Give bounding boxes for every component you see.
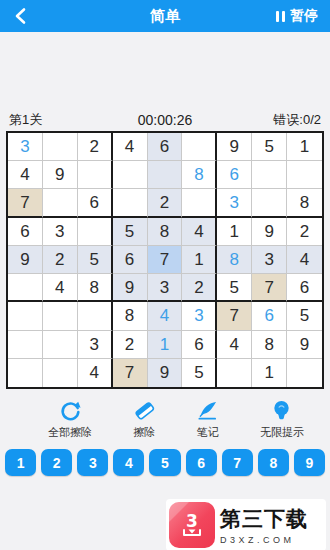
cell-digit: 2 (125, 336, 134, 353)
cell-digit: 6 (230, 166, 239, 183)
level-label: 第1关 (9, 111, 42, 129)
numpad-button-7[interactable]: 7 (222, 449, 253, 476)
sudoku-cell-r2c1[interactable]: 4 (8, 161, 43, 189)
sudoku-cell-r1c7[interactable]: 9 (217, 133, 252, 161)
sudoku-cell-r9c4[interactable]: 7 (113, 359, 148, 387)
ad-logo-icon: 3 (169, 502, 215, 548)
sudoku-cell-r3c1[interactable]: 7 (8, 189, 43, 217)
cell-digit: 9 (20, 251, 29, 268)
sudoku-cell-r8c8[interactable]: 8 (252, 331, 287, 359)
sudoku-cell-r2c8[interactable] (252, 161, 287, 189)
sudoku-cell-r1c1[interactable]: 3 (8, 133, 43, 161)
erase-label: 擦除 (133, 425, 155, 440)
sudoku-cell-r7c2[interactable] (43, 302, 78, 330)
sudoku-cell-r5c8[interactable]: 3 (252, 246, 287, 274)
cell-digit: 4 (20, 166, 29, 183)
cell-digit: 4 (300, 251, 309, 268)
sudoku-board[interactable]: 3246951498676238635841929256718344893257… (6, 131, 324, 389)
svg-text:3: 3 (186, 511, 198, 531)
sudoku-cell-r9c9[interactable] (287, 359, 322, 387)
sudoku-cell-r7c4[interactable]: 8 (113, 302, 148, 330)
sudoku-cell-r7c9[interactable]: 5 (287, 302, 322, 330)
sudoku-cell-r8c3[interactable]: 3 (78, 331, 113, 359)
cell-digit: 6 (20, 223, 29, 240)
sudoku-cell-r4c9[interactable]: 2 (287, 218, 322, 246)
sudoku-cell-r4c7[interactable]: 1 (217, 218, 252, 246)
sudoku-cell-r7c5[interactable]: 4 (148, 302, 183, 330)
notes-pen-icon (196, 398, 219, 422)
cell-digit: 9 (300, 336, 309, 353)
sudoku-cell-r2c7[interactable]: 6 (217, 161, 252, 189)
cell-digit: 1 (230, 223, 239, 240)
cell-digit: 5 (89, 251, 98, 268)
numpad-button-3[interactable]: 3 (77, 449, 108, 476)
cell-digit: 1 (160, 336, 169, 353)
cell-digit: 7 (264, 279, 273, 296)
sudoku-cell-r8c7[interactable]: 4 (217, 331, 252, 359)
sudoku-cell-r7c7[interactable]: 7 (217, 302, 252, 330)
sudoku-cell-r5c3[interactable]: 5 (78, 246, 113, 274)
sudoku-cell-r2c9[interactable] (287, 161, 322, 189)
sudoku-cell-r3c3[interactable]: 6 (78, 189, 113, 217)
cell-digit: 7 (230, 307, 239, 324)
cell-digit: 5 (264, 138, 273, 155)
sudoku-cell-r2c4[interactable] (113, 161, 148, 189)
sudoku-cell-r9c8[interactable]: 1 (252, 359, 287, 387)
sudoku-cell-r7c3[interactable] (78, 302, 113, 330)
sudoku-cell-r8c9[interactable]: 9 (287, 331, 322, 359)
sudoku-cell-r8c1[interactable] (8, 331, 43, 359)
sudoku-cell-r7c1[interactable] (8, 302, 43, 330)
cell-digit: 8 (264, 336, 273, 353)
ad-card[interactable]: 3 第三下载 D3XZ.COM (166, 499, 326, 550)
notes-label: 笔记 (197, 425, 219, 440)
sudoku-cell-r6c4[interactable]: 9 (113, 274, 148, 302)
hint-button[interactable]: 无限提示 (260, 398, 304, 440)
cell-digit: 3 (55, 223, 64, 240)
numpad-button-1[interactable]: 1 (5, 449, 36, 476)
cell-digit: 5 (230, 279, 239, 296)
cell-digit: 3 (194, 307, 203, 324)
sudoku-cell-r3c5[interactable]: 2 (148, 189, 183, 217)
sudoku-cell-r6c9[interactable]: 6 (287, 274, 322, 302)
sudoku-cell-r1c2[interactable] (43, 133, 78, 161)
top-bar: 简单 暂停 (0, 0, 330, 32)
cell-digit: 5 (194, 364, 203, 381)
sudoku-cell-r4c3[interactable] (78, 218, 113, 246)
sudoku-cell-r6c8[interactable]: 7 (252, 274, 287, 302)
cell-digit: 7 (20, 194, 29, 211)
sudoku-cell-r3c6[interactable] (182, 189, 217, 217)
sudoku-cell-r4c8[interactable]: 9 (252, 218, 287, 246)
cell-digit: 6 (300, 279, 309, 296)
hint-label: 无限提示 (260, 425, 304, 440)
numpad-button-4[interactable]: 4 (113, 449, 144, 476)
sudoku-cell-r8c6[interactable]: 6 (182, 331, 217, 359)
erase-all-button[interactable]: 全部擦除 (48, 398, 92, 440)
pause-button[interactable]: 暂停 (276, 7, 318, 25)
sudoku-cell-r1c6[interactable] (182, 133, 217, 161)
numpad-button-5[interactable]: 5 (149, 449, 180, 476)
cell-digit: 1 (300, 138, 309, 155)
cell-digit: 2 (194, 279, 203, 296)
cell-digit: 6 (125, 251, 134, 268)
status-row: 第1关 00:00:26 错误:0/2 (0, 108, 330, 131)
sudoku-cell-r6c1[interactable] (8, 274, 43, 302)
sudoku-cell-r5c4[interactable]: 6 (113, 246, 148, 274)
sudoku-cell-r1c9[interactable]: 1 (287, 133, 322, 161)
sudoku-cell-r5c9[interactable]: 4 (287, 246, 322, 274)
sudoku-cell-r9c6[interactable]: 5 (182, 359, 217, 387)
cell-digit: 4 (160, 307, 169, 324)
sudoku-cell-r4c2[interactable]: 3 (43, 218, 78, 246)
cell-digit: 4 (125, 138, 134, 155)
cell-digit: 8 (160, 223, 169, 240)
cell-digit: 9 (55, 166, 64, 183)
cell-digit: 9 (125, 279, 134, 296)
sudoku-cell-r9c7[interactable] (217, 359, 252, 387)
erase-button[interactable]: 擦除 (133, 398, 156, 440)
cell-digit: 3 (89, 336, 98, 353)
sudoku-cell-r3c7[interactable]: 3 (217, 189, 252, 217)
sudoku-cell-r3c2[interactable] (43, 189, 78, 217)
sudoku-cell-r6c2[interactable]: 4 (43, 274, 78, 302)
cell-digit: 8 (125, 307, 134, 324)
sudoku-cell-r5c1[interactable]: 9 (8, 246, 43, 274)
sudoku-cell-r8c4[interactable]: 2 (113, 331, 148, 359)
cell-digit: 3 (230, 194, 239, 211)
cell-digit: 6 (160, 138, 169, 155)
sudoku-cell-r3c9[interactable]: 8 (287, 189, 322, 217)
sudoku-cell-r8c5[interactable]: 1 (148, 331, 183, 359)
cell-digit: 7 (160, 251, 169, 268)
cell-digit: 8 (89, 279, 98, 296)
sudoku-cell-r6c6[interactable]: 2 (182, 274, 217, 302)
cell-digit: 2 (89, 138, 98, 155)
sudoku-cell-r1c4[interactable]: 4 (113, 133, 148, 161)
sudoku-cell-r5c2[interactable]: 2 (43, 246, 78, 274)
sudoku-cell-r4c5[interactable]: 8 (148, 218, 183, 246)
sudoku-cell-r4c4[interactable]: 5 (113, 218, 148, 246)
cell-digit: 7 (125, 364, 134, 381)
sudoku-cell-r1c5[interactable]: 6 (148, 133, 183, 161)
cell-digit: 9 (230, 138, 239, 155)
numpad-button-8[interactable]: 8 (258, 449, 289, 476)
sudoku-cell-r6c3[interactable]: 8 (78, 274, 113, 302)
erase-all-label: 全部擦除 (48, 425, 92, 440)
cell-digit: 9 (264, 223, 273, 240)
numpad-button-6[interactable]: 6 (186, 449, 217, 476)
cell-digit: 4 (230, 336, 239, 353)
sudoku-cell-r2c3[interactable] (78, 161, 113, 189)
sudoku-cell-r9c3[interactable]: 4 (78, 359, 113, 387)
sudoku-cell-r9c5[interactable]: 9 (148, 359, 183, 387)
sudoku-cell-r1c8[interactable]: 5 (252, 133, 287, 161)
sudoku-cell-r5c7[interactable]: 8 (217, 246, 252, 274)
sudoku-cell-r5c5[interactable]: 7 (148, 246, 183, 274)
pause-label: 暂停 (290, 7, 318, 25)
back-button[interactable] (12, 7, 30, 25)
ad-brand-text: 第三下载 (220, 505, 308, 533)
cell-digit: 2 (55, 251, 64, 268)
cell-digit: 6 (89, 194, 98, 211)
ad-domain-text: D3XZ.COM (220, 535, 295, 545)
cell-digit: 5 (300, 307, 309, 324)
error-counter: 错误:0/2 (273, 111, 321, 129)
sudoku-cell-r9c2[interactable] (43, 359, 78, 387)
erase-all-icon (59, 398, 82, 422)
sudoku-cell-r5c6[interactable]: 1 (182, 246, 217, 274)
cell-digit: 8 (230, 251, 239, 268)
cell-digit: 3 (20, 138, 29, 155)
numpad-button-9[interactable]: 9 (294, 449, 325, 476)
cell-digit: 8 (194, 166, 203, 183)
sudoku-cell-r6c5[interactable]: 3 (148, 274, 183, 302)
number-pad: 123456789 (0, 449, 330, 476)
sudoku-cell-r2c5[interactable] (148, 161, 183, 189)
sudoku-cell-r2c6[interactable]: 8 (182, 161, 217, 189)
hint-bulb-icon (270, 398, 293, 422)
cell-digit: 4 (89, 364, 98, 381)
toolbar: 全部擦除 擦除 笔记 (0, 398, 330, 440)
sudoku-cell-r2c2[interactable]: 9 (43, 161, 78, 189)
cell-digit: 2 (160, 194, 169, 211)
cell-digit: 4 (194, 223, 203, 240)
sudoku-cell-r7c6[interactable]: 3 (182, 302, 217, 330)
cell-digit: 3 (264, 251, 273, 268)
cell-digit: 8 (300, 194, 309, 211)
sudoku-cell-r4c1[interactable]: 6 (8, 218, 43, 246)
numpad-button-2[interactable]: 2 (41, 449, 72, 476)
cell-digit: 9 (160, 364, 169, 381)
sudoku-cell-r8c2[interactable] (43, 331, 78, 359)
eraser-icon (133, 398, 156, 422)
sudoku-cell-r1c3[interactable]: 2 (78, 133, 113, 161)
cell-digit: 2 (300, 223, 309, 240)
cell-digit: 4 (55, 279, 64, 296)
blank-ad-space (0, 32, 330, 108)
cell-digit: 5 (125, 223, 134, 240)
sudoku-cell-r6c7[interactable]: 5 (217, 274, 252, 302)
sudoku-cell-r4c6[interactable]: 4 (182, 218, 217, 246)
cell-digit: 1 (264, 364, 273, 381)
cell-digit: 3 (160, 279, 169, 296)
sudoku-cell-r7c8[interactable]: 6 (252, 302, 287, 330)
notes-button[interactable]: 笔记 (196, 398, 219, 440)
cell-digit: 6 (194, 336, 203, 353)
cell-digit: 6 (264, 307, 273, 324)
sudoku-cell-r3c4[interactable] (113, 189, 148, 217)
sudoku-cell-r3c8[interactable] (252, 189, 287, 217)
sudoku-cell-r9c1[interactable] (8, 359, 43, 387)
ad-banner[interactable]: 3 第三下载 D3XZ.COM (0, 499, 330, 550)
cell-digit: 1 (194, 251, 203, 268)
back-chevron-icon (12, 7, 30, 25)
pause-icon (276, 11, 285, 22)
